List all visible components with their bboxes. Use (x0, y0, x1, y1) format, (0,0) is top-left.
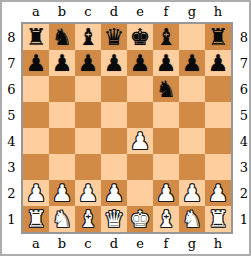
piece-white-bishop: ♝ (156, 206, 177, 232)
square-g4[interactable] (179, 128, 205, 154)
square-b7[interactable]: ♟ (49, 50, 75, 76)
file-label-c: c (75, 234, 101, 256)
square-e4[interactable]: ♟ (127, 128, 153, 154)
rank-label-3: 3 (2, 154, 21, 180)
square-f6[interactable]: ♞ (153, 76, 179, 102)
rank-labels-right: 87654321 (235, 24, 251, 232)
rank-label-4: 4 (2, 128, 21, 154)
piece-black-knight: ♞ (52, 24, 73, 50)
square-h8[interactable]: ♜ (205, 24, 231, 50)
rank-label-7: 7 (2, 50, 21, 76)
square-g1[interactable]: ♞ (179, 206, 205, 232)
piece-white-pawn: ♟ (208, 180, 229, 206)
piece-black-pawn: ♟ (78, 50, 99, 76)
square-c8[interactable]: ♝ (75, 24, 101, 50)
file-label-g: g (179, 2, 205, 22)
square-d8[interactable]: ♛ (101, 24, 127, 50)
square-d2[interactable]: ♟ (101, 180, 127, 206)
board-frame: ♜♞♝♛♚♝♜♟♟♟♟♟♟♟♟♞♟♟♟♟♟♟♟♟♜♞♝♛♚♝♞♜ (21, 22, 233, 234)
square-b5[interactable] (49, 102, 75, 128)
rank-label-2: 2 (2, 180, 21, 206)
piece-black-king: ♚ (130, 24, 151, 50)
square-d6[interactable] (101, 76, 127, 102)
square-d7[interactable]: ♟ (101, 50, 127, 76)
file-label-d: d (101, 234, 127, 256)
file-labels-bottom: abcdefgh (23, 234, 231, 256)
square-g8[interactable] (179, 24, 205, 50)
piece-black-bishop: ♝ (78, 24, 99, 50)
square-h1[interactable]: ♜ (205, 206, 231, 232)
square-a3[interactable] (23, 154, 49, 180)
piece-white-king: ♚ (130, 206, 151, 232)
square-f1[interactable]: ♝ (153, 206, 179, 232)
piece-white-knight: ♞ (52, 206, 73, 232)
square-b1[interactable]: ♞ (49, 206, 75, 232)
piece-black-pawn: ♟ (156, 50, 177, 76)
file-label-h: h (205, 234, 231, 256)
square-f5[interactable] (153, 102, 179, 128)
square-a5[interactable] (23, 102, 49, 128)
piece-black-rook: ♜ (26, 24, 47, 50)
piece-white-pawn: ♟ (26, 180, 47, 206)
file-label-e: e (127, 234, 153, 256)
square-h2[interactable]: ♟ (205, 180, 231, 206)
square-e8[interactable]: ♚ (127, 24, 153, 50)
file-label-b: b (49, 234, 75, 256)
square-e3[interactable] (127, 154, 153, 180)
file-label-e: e (127, 2, 153, 22)
rank-label-5: 5 (235, 102, 251, 128)
square-g5[interactable] (179, 102, 205, 128)
square-h7[interactable]: ♟ (205, 50, 231, 76)
piece-white-rook: ♜ (208, 206, 229, 232)
file-label-f: f (153, 2, 179, 22)
square-g6[interactable] (179, 76, 205, 102)
piece-black-pawn: ♟ (182, 50, 203, 76)
square-a1[interactable]: ♜ (23, 206, 49, 232)
board: ♜♞♝♛♚♝♜♟♟♟♟♟♟♟♟♞♟♟♟♟♟♟♟♟♜♞♝♛♚♝♞♜ (23, 24, 231, 232)
piece-white-pawn: ♟ (104, 180, 125, 206)
piece-white-pawn: ♟ (78, 180, 99, 206)
piece-black-knight: ♞ (156, 76, 177, 102)
square-e6[interactable] (127, 76, 153, 102)
rank-label-6: 6 (2, 76, 21, 102)
square-a2[interactable]: ♟ (23, 180, 49, 206)
square-b2[interactable]: ♟ (49, 180, 75, 206)
chessboard-panel: abcdefgh 87654321 87654321 ♜♞♝♛♚♝♜♟♟♟♟♟♟… (0, 0, 251, 256)
rank-label-6: 6 (235, 76, 251, 102)
rank-label-1: 1 (235, 206, 251, 232)
square-f3[interactable] (153, 154, 179, 180)
square-a8[interactable]: ♜ (23, 24, 49, 50)
square-h4[interactable] (205, 128, 231, 154)
square-e2[interactable] (127, 180, 153, 206)
piece-white-pawn: ♟ (156, 180, 177, 206)
rank-label-3: 3 (235, 154, 251, 180)
square-b4[interactable] (49, 128, 75, 154)
file-label-h: h (205, 2, 231, 22)
rank-label-8: 8 (2, 24, 21, 50)
rank-label-2: 2 (235, 180, 251, 206)
rank-label-4: 4 (235, 128, 251, 154)
square-g2[interactable]: ♟ (179, 180, 205, 206)
square-h5[interactable] (205, 102, 231, 128)
piece-black-pawn: ♟ (26, 50, 47, 76)
square-d1[interactable]: ♛ (101, 206, 127, 232)
square-c6[interactable] (75, 76, 101, 102)
square-c1[interactable]: ♝ (75, 206, 101, 232)
file-label-f: f (153, 234, 179, 256)
file-label-g: g (179, 234, 205, 256)
square-b8[interactable]: ♞ (49, 24, 75, 50)
file-label-b: b (49, 2, 75, 22)
square-g3[interactable] (179, 154, 205, 180)
piece-black-pawn: ♟ (52, 50, 73, 76)
square-h6[interactable] (205, 76, 231, 102)
square-g7[interactable]: ♟ (179, 50, 205, 76)
square-d5[interactable] (101, 102, 127, 128)
piece-black-queen: ♛ (104, 24, 125, 50)
square-c3[interactable] (75, 154, 101, 180)
square-f7[interactable]: ♟ (153, 50, 179, 76)
file-label-a: a (23, 234, 49, 256)
square-f8[interactable]: ♝ (153, 24, 179, 50)
square-b6[interactable] (49, 76, 75, 102)
square-f4[interactable] (153, 128, 179, 154)
square-c2[interactable]: ♟ (75, 180, 101, 206)
piece-black-pawn: ♟ (104, 50, 125, 76)
square-e1[interactable]: ♚ (127, 206, 153, 232)
square-f2[interactable]: ♟ (153, 180, 179, 206)
file-label-a: a (23, 2, 49, 22)
rank-label-8: 8 (235, 24, 251, 50)
piece-black-pawn: ♟ (208, 50, 229, 76)
rank-label-7: 7 (235, 50, 251, 76)
square-e5[interactable] (127, 102, 153, 128)
square-d3[interactable] (101, 154, 127, 180)
square-c7[interactable]: ♟ (75, 50, 101, 76)
square-c5[interactable] (75, 102, 101, 128)
file-label-d: d (101, 2, 127, 22)
piece-white-rook: ♜ (26, 206, 47, 232)
piece-white-bishop: ♝ (78, 206, 99, 232)
file-labels-top: abcdefgh (23, 2, 231, 22)
rank-labels-left: 87654321 (2, 24, 21, 232)
square-h3[interactable] (205, 154, 231, 180)
square-b3[interactable] (49, 154, 75, 180)
piece-white-pawn: ♟ (130, 128, 151, 154)
rank-label-5: 5 (2, 102, 21, 128)
square-e7[interactable]: ♟ (127, 50, 153, 76)
piece-black-bishop: ♝ (156, 24, 177, 50)
piece-white-pawn: ♟ (182, 180, 203, 206)
square-d4[interactable] (101, 128, 127, 154)
piece-white-queen: ♛ (104, 206, 125, 232)
piece-white-knight: ♞ (182, 206, 203, 232)
piece-white-pawn: ♟ (52, 180, 73, 206)
file-label-c: c (75, 2, 101, 22)
square-a6[interactable] (23, 76, 49, 102)
piece-black-pawn: ♟ (130, 50, 151, 76)
square-c4[interactable] (75, 128, 101, 154)
square-a4[interactable] (23, 128, 49, 154)
square-a7[interactable]: ♟ (23, 50, 49, 76)
rank-label-1: 1 (2, 206, 21, 232)
piece-black-rook: ♜ (208, 24, 229, 50)
